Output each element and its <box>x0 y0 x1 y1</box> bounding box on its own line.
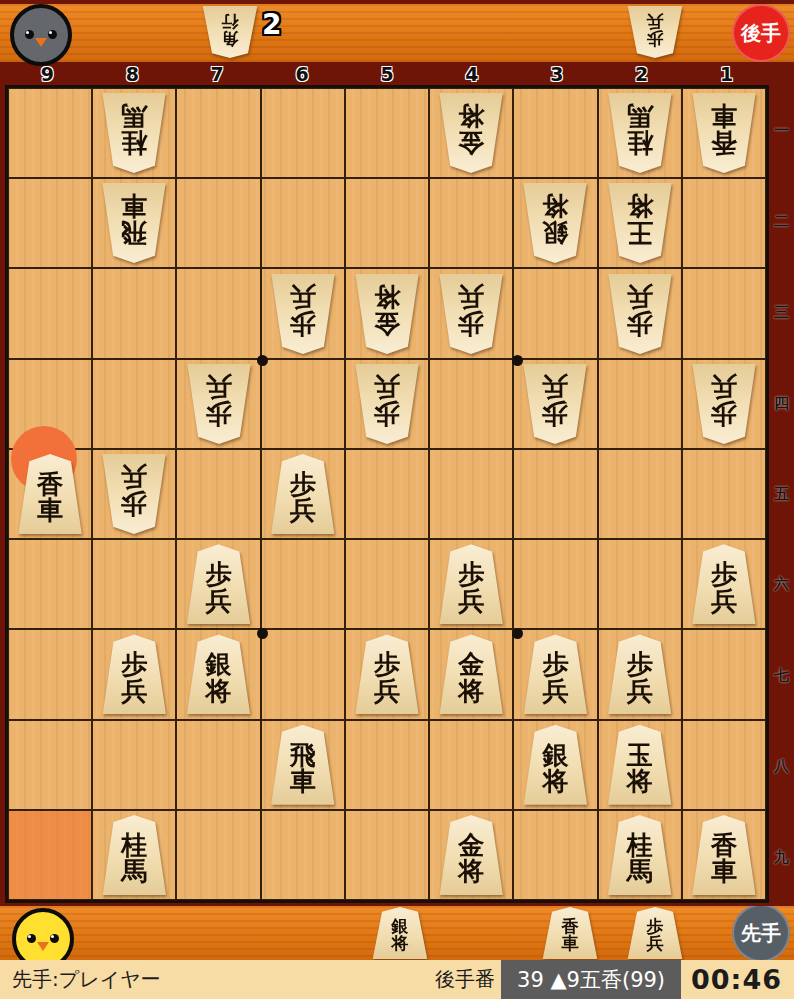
koma-kanji: 香 <box>711 832 737 859</box>
koma-body: 香車 <box>14 454 86 534</box>
square-98[interactable] <box>8 720 92 810</box>
piece-歩兵-gote[interactable]: 歩兵 <box>98 454 170 534</box>
square-62[interactable] <box>261 178 345 268</box>
square-91[interactable] <box>8 88 92 178</box>
koma-kanji: 香 <box>37 471 63 498</box>
square-57[interactable]: 歩兵 <box>345 629 429 719</box>
square-41[interactable]: 金将 <box>429 88 513 178</box>
koma-body: 金将 <box>351 274 423 354</box>
piece-歩兵-gote[interactable]: 歩兵 <box>351 364 423 444</box>
last-move-box: 39 ▲9五香(99) <box>501 960 681 999</box>
koma-kanji: 兵 <box>290 284 316 311</box>
koma-kanji: 桂 <box>627 832 653 859</box>
koma-body: 香車 <box>539 907 601 959</box>
avatar-beak <box>37 942 49 951</box>
piece-香車-sente[interactable]: 香車 <box>14 454 86 534</box>
koma-kanji: 兵 <box>711 588 737 615</box>
square-29[interactable]: 桂馬 <box>598 810 682 900</box>
koma-kanji: 兵 <box>542 678 568 705</box>
hand-piece-count: 2 <box>262 8 281 41</box>
square-93[interactable] <box>8 268 92 358</box>
koma-kanji: 兵 <box>206 588 232 615</box>
square-72[interactable] <box>176 178 260 268</box>
square-35[interactable] <box>513 449 597 539</box>
piece-歩兵-sente[interactable]: 歩兵 <box>267 454 339 534</box>
koma-kanji: 兵 <box>121 678 147 705</box>
koma-body: 歩兵 <box>519 364 591 444</box>
koma-body: 香車 <box>688 93 760 173</box>
piece-桂馬-gote[interactable]: 桂馬 <box>98 93 170 173</box>
koma-body: 歩兵 <box>435 274 507 354</box>
square-97[interactable] <box>8 629 92 719</box>
koma-body: 桂馬 <box>98 815 170 895</box>
square-86[interactable] <box>92 539 176 629</box>
piece-歩兵-gote[interactable]: 歩兵 <box>604 274 676 354</box>
koma-kanji: 玉 <box>627 742 653 769</box>
square-67[interactable] <box>261 629 345 719</box>
piece-玉将-sente[interactable]: 玉将 <box>604 725 676 805</box>
square-77[interactable]: 銀将 <box>176 629 260 719</box>
square-47[interactable]: 金将 <box>429 629 513 719</box>
file-label-1: 1 <box>684 64 769 85</box>
koma-kanji: 銀 <box>542 220 568 247</box>
koma-body: 金将 <box>435 815 507 895</box>
file-label-6: 6 <box>260 64 345 85</box>
star-point <box>512 355 523 366</box>
square-28[interactable]: 玉将 <box>598 720 682 810</box>
koma-kanji: 車 <box>37 497 63 524</box>
square-78[interactable] <box>176 720 260 810</box>
square-36[interactable] <box>513 539 597 629</box>
koma-kanji: 銀 <box>206 651 232 678</box>
square-74[interactable]: 歩兵 <box>176 359 260 449</box>
koma-kanji: 兵 <box>206 374 232 401</box>
square-59[interactable] <box>345 810 429 900</box>
koma-body: 香車 <box>688 815 760 895</box>
avatar-eye <box>27 934 36 943</box>
koma-kanji: 将 <box>206 678 232 705</box>
piece-歩兵-sente[interactable]: 歩兵 <box>624 907 686 959</box>
piece-角行-gote[interactable]: 角行 <box>199 6 261 58</box>
square-15[interactable] <box>682 449 766 539</box>
square-85[interactable]: 歩兵 <box>92 449 176 539</box>
turn-indicator: 後手番 <box>435 966 495 993</box>
square-54[interactable]: 歩兵 <box>345 359 429 449</box>
square-11[interactable]: 香車 <box>682 88 766 178</box>
square-81[interactable]: 桂馬 <box>92 88 176 178</box>
avatar-eye <box>50 934 59 943</box>
koma-kanji: 歩 <box>542 651 568 678</box>
koma-body: 歩兵 <box>624 907 686 959</box>
koma-body: 桂馬 <box>604 93 676 173</box>
file-label-5: 5 <box>345 64 430 85</box>
player-name-label: 先手:プレイヤー <box>12 966 161 993</box>
koma-body: 桂馬 <box>98 93 170 173</box>
square-18[interactable] <box>682 720 766 810</box>
koma-kanji: 馬 <box>627 858 653 885</box>
piece-歩兵-gote[interactable]: 歩兵 <box>624 6 686 58</box>
piece-飛車-sente[interactable]: 飛車 <box>267 725 339 805</box>
koma-kanji: 桂 <box>121 130 147 157</box>
square-34[interactable]: 歩兵 <box>513 359 597 449</box>
sente-badge: 先手 <box>732 906 790 960</box>
koma-kanji: 金 <box>458 832 484 859</box>
piece-歩兵-gote[interactable]: 歩兵 <box>688 364 760 444</box>
koma-kanji: 金 <box>458 130 484 157</box>
piece-歩兵-sente[interactable]: 歩兵 <box>98 634 170 714</box>
koma-body: 歩兵 <box>688 364 760 444</box>
square-84[interactable] <box>92 359 176 449</box>
koma-kanji: 車 <box>290 768 316 795</box>
koma-body: 歩兵 <box>435 544 507 624</box>
square-65[interactable]: 歩兵 <box>261 449 345 539</box>
koma-kanji: 王 <box>627 220 653 247</box>
koma-body: 銀将 <box>519 725 591 805</box>
koma-kanji: 車 <box>121 193 147 220</box>
koma-body: 歩兵 <box>98 634 170 714</box>
rank-label-2: 二 <box>769 176 794 267</box>
square-58[interactable] <box>345 720 429 810</box>
koma-body: 歩兵 <box>688 544 760 624</box>
piece-金将-sente[interactable]: 金将 <box>435 815 507 895</box>
avatar-eye <box>25 30 34 39</box>
square-39[interactable] <box>513 810 597 900</box>
koma-body: 王将 <box>604 183 676 263</box>
square-27[interactable]: 歩兵 <box>598 629 682 719</box>
piece-銀将-sente[interactable]: 銀将 <box>519 725 591 805</box>
rank-label-3: 三 <box>769 267 794 358</box>
square-83[interactable] <box>92 268 176 358</box>
square-82[interactable]: 飛車 <box>92 178 176 268</box>
piece-歩兵-sente[interactable]: 歩兵 <box>183 544 255 624</box>
square-33[interactable] <box>513 268 597 358</box>
square-76[interactable]: 歩兵 <box>176 539 260 629</box>
square-23[interactable]: 歩兵 <box>598 268 682 358</box>
square-44[interactable] <box>429 359 513 449</box>
square-12[interactable] <box>682 178 766 268</box>
rank-coordinates: 一二三四五六七八九 <box>769 85 794 903</box>
clock: 00:46 <box>691 964 782 995</box>
piece-歩兵-sente[interactable]: 歩兵 <box>519 634 591 714</box>
square-95[interactable]: 香車 <box>8 449 92 539</box>
koma-body: 桂馬 <box>604 815 676 895</box>
square-73[interactable] <box>176 268 260 358</box>
gote-hand-bar: 後手 角行2歩兵 <box>0 4 794 62</box>
koma-kanji: 金 <box>458 651 484 678</box>
koma-kanji: 兵 <box>458 588 484 615</box>
piece-桂馬-sente[interactable]: 桂馬 <box>98 815 170 895</box>
koma-body: 飛車 <box>98 183 170 263</box>
koma-kanji: 将 <box>392 935 409 952</box>
square-21[interactable]: 桂馬 <box>598 88 682 178</box>
square-68[interactable]: 飛車 <box>261 720 345 810</box>
square-89[interactable]: 桂馬 <box>92 810 176 900</box>
piece-桂馬-sente[interactable]: 桂馬 <box>604 815 676 895</box>
square-53[interactable]: 金将 <box>345 268 429 358</box>
gote-badge: 後手 <box>732 4 790 62</box>
square-52[interactable] <box>345 178 429 268</box>
file-label-4: 4 <box>429 64 514 85</box>
file-label-8: 8 <box>90 64 175 85</box>
koma-body: 銀将 <box>369 907 431 959</box>
rank-label-5: 五 <box>769 449 794 540</box>
piece-金将-gote[interactable]: 金将 <box>351 274 423 354</box>
square-48[interactable] <box>429 720 513 810</box>
koma-body: 歩兵 <box>267 454 339 534</box>
koma-kanji: 桂 <box>121 832 147 859</box>
square-38[interactable]: 銀将 <box>513 720 597 810</box>
star-point <box>512 628 523 639</box>
koma-kanji: 兵 <box>627 284 653 311</box>
sente-avatar-chick-icon <box>12 908 74 960</box>
piece-香車-sente[interactable]: 香車 <box>688 815 760 895</box>
piece-歩兵-gote[interactable]: 歩兵 <box>267 274 339 354</box>
star-point <box>257 628 268 639</box>
file-label-2: 2 <box>599 64 684 85</box>
square-13[interactable] <box>682 268 766 358</box>
square-32[interactable]: 銀将 <box>513 178 597 268</box>
piece-歩兵-sente[interactable]: 歩兵 <box>435 544 507 624</box>
koma-kanji: 兵 <box>647 13 664 30</box>
koma-kanji: 歩 <box>458 561 484 588</box>
file-label-3: 3 <box>514 64 599 85</box>
square-64[interactable] <box>261 359 345 449</box>
koma-kanji: 将 <box>458 103 484 130</box>
koma-kanji: 兵 <box>121 464 147 491</box>
piece-銀将-sente[interactable]: 銀将 <box>369 907 431 959</box>
koma-kanji: 歩 <box>647 30 664 47</box>
rank-label-4: 四 <box>769 358 794 449</box>
square-92[interactable] <box>8 178 92 268</box>
koma-kanji: 歩 <box>374 400 400 427</box>
koma-body: 歩兵 <box>351 634 423 714</box>
piece-歩兵-gote[interactable]: 歩兵 <box>183 364 255 444</box>
file-coordinates: 987654321 <box>0 62 794 85</box>
koma-body: 歩兵 <box>604 634 676 714</box>
koma-kanji: 兵 <box>374 678 400 705</box>
piece-飛車-gote[interactable]: 飛車 <box>98 183 170 263</box>
koma-kanji: 歩 <box>206 400 232 427</box>
square-45[interactable] <box>429 449 513 539</box>
koma-body: 飛車 <box>267 725 339 805</box>
koma-kanji: 銀 <box>542 742 568 769</box>
rank-label-6: 六 <box>769 539 794 630</box>
koma-body: 歩兵 <box>267 274 339 354</box>
square-25[interactable] <box>598 449 682 539</box>
koma-kanji: 歩 <box>290 471 316 498</box>
square-31[interactable] <box>513 88 597 178</box>
file-label-7: 7 <box>175 64 260 85</box>
piece-歩兵-gote[interactable]: 歩兵 <box>435 274 507 354</box>
koma-kanji: 兵 <box>542 374 568 401</box>
square-19[interactable]: 香車 <box>682 810 766 900</box>
koma-kanji: 車 <box>711 103 737 130</box>
rank-label-1: 一 <box>769 85 794 176</box>
avatar-beak <box>35 38 47 47</box>
koma-body: 歩兵 <box>519 634 591 714</box>
koma-kanji: 馬 <box>121 103 147 130</box>
square-14[interactable]: 歩兵 <box>682 359 766 449</box>
piece-香車-sente[interactable]: 香車 <box>539 907 601 959</box>
piece-香車-gote[interactable]: 香車 <box>688 93 760 173</box>
koma-kanji: 歩 <box>627 651 653 678</box>
piece-銀将-gote[interactable]: 銀将 <box>519 183 591 263</box>
rank-label-9: 九 <box>769 812 794 903</box>
sente-hand-bar: 先手 銀将香車歩兵 <box>0 906 794 960</box>
piece-銀将-sente[interactable]: 銀将 <box>183 634 255 714</box>
piece-王将-gote[interactable]: 王将 <box>604 183 676 263</box>
square-56[interactable] <box>345 539 429 629</box>
koma-kanji: 兵 <box>627 678 653 705</box>
square-42[interactable] <box>429 178 513 268</box>
piece-歩兵-gote[interactable]: 歩兵 <box>519 364 591 444</box>
koma-body: 角行 <box>199 6 261 58</box>
koma-kanji: 兵 <box>374 374 400 401</box>
koma-kanji: 歩 <box>627 310 653 337</box>
koma-kanji: 将 <box>374 284 400 311</box>
koma-kanji: 兵 <box>647 935 664 952</box>
koma-body: 歩兵 <box>351 364 423 444</box>
koma-body: 歩兵 <box>183 364 255 444</box>
koma-kanji: 歩 <box>374 651 400 678</box>
square-16[interactable]: 歩兵 <box>682 539 766 629</box>
koma-kanji: 飛 <box>290 742 316 769</box>
piece-歩兵-sente[interactable]: 歩兵 <box>688 544 760 624</box>
koma-kanji: 角 <box>222 30 239 47</box>
rank-label-8: 八 <box>769 721 794 812</box>
koma-kanji: 車 <box>562 935 579 952</box>
square-26[interactable] <box>598 539 682 629</box>
square-88[interactable] <box>92 720 176 810</box>
koma-body: 玉将 <box>604 725 676 805</box>
koma-body: 銀将 <box>519 183 591 263</box>
square-55[interactable] <box>345 449 429 539</box>
square-61[interactable] <box>261 88 345 178</box>
koma-body: 金将 <box>435 634 507 714</box>
koma-body: 歩兵 <box>624 6 686 58</box>
koma-kanji: 香 <box>711 130 737 157</box>
piece-金将-sente[interactable]: 金将 <box>435 634 507 714</box>
square-46[interactable]: 歩兵 <box>429 539 513 629</box>
piece-歩兵-sente[interactable]: 歩兵 <box>351 634 423 714</box>
square-17[interactable] <box>682 629 766 719</box>
koma-kanji: 歩 <box>542 400 568 427</box>
piece-桂馬-gote[interactable]: 桂馬 <box>604 93 676 173</box>
koma-kanji: 行 <box>222 13 239 30</box>
koma-kanji: 将 <box>542 193 568 220</box>
piece-歩兵-sente[interactable]: 歩兵 <box>604 634 676 714</box>
koma-kanji: 兵 <box>711 374 737 401</box>
square-79[interactable] <box>176 810 260 900</box>
status-bar: 先手:プレイヤー 後手番 39 ▲9五香(99) 00:46 <box>0 960 794 999</box>
square-96[interactable] <box>8 539 92 629</box>
square-71[interactable] <box>176 88 260 178</box>
koma-kanji: 歩 <box>290 310 316 337</box>
koma-body: 歩兵 <box>98 454 170 534</box>
avatar-eye <box>48 30 57 39</box>
square-43[interactable]: 歩兵 <box>429 268 513 358</box>
square-49[interactable]: 金将 <box>429 810 513 900</box>
koma-kanji: 車 <box>711 858 737 885</box>
koma-kanji: 歩 <box>121 651 147 678</box>
koma-kanji: 将 <box>627 768 653 795</box>
koma-kanji: 兵 <box>290 497 316 524</box>
square-66[interactable] <box>261 539 345 629</box>
gote-avatar-bird-icon <box>10 4 72 66</box>
square-69[interactable] <box>261 810 345 900</box>
square-75[interactable] <box>176 449 260 539</box>
koma-kanji: 馬 <box>627 103 653 130</box>
koma-kanji: 歩 <box>458 310 484 337</box>
square-99[interactable] <box>8 810 92 900</box>
koma-kanji: 将 <box>542 768 568 795</box>
koma-kanji: 馬 <box>121 858 147 885</box>
koma-kanji: 飛 <box>121 220 147 247</box>
square-22[interactable]: 王将 <box>598 178 682 268</box>
koma-body: 銀将 <box>183 634 255 714</box>
koma-kanji: 将 <box>458 678 484 705</box>
koma-kanji: 歩 <box>121 490 147 517</box>
koma-body: 歩兵 <box>183 544 255 624</box>
square-63[interactable]: 歩兵 <box>261 268 345 358</box>
koma-body: 金将 <box>435 93 507 173</box>
koma-kanji: 歩 <box>206 561 232 588</box>
rank-label-7: 七 <box>769 630 794 721</box>
koma-kanji: 歩 <box>711 400 737 427</box>
koma-kanji: 歩 <box>711 561 737 588</box>
square-37[interactable]: 歩兵 <box>513 629 597 719</box>
koma-kanji: 金 <box>374 310 400 337</box>
koma-kanji: 将 <box>458 858 484 885</box>
koma-kanji: 桂 <box>627 130 653 157</box>
square-87[interactable]: 歩兵 <box>92 629 176 719</box>
piece-金将-gote[interactable]: 金将 <box>435 93 507 173</box>
koma-kanji: 兵 <box>458 284 484 311</box>
koma-body: 歩兵 <box>604 274 676 354</box>
square-24[interactable] <box>598 359 682 449</box>
file-label-9: 9 <box>5 64 90 85</box>
koma-kanji: 将 <box>627 193 653 220</box>
square-51[interactable] <box>345 88 429 178</box>
shogi-board: 桂馬金将桂馬香車飛車銀将王将歩兵金将歩兵歩兵歩兵歩兵歩兵歩兵香車歩兵歩兵歩兵歩兵… <box>5 85 769 903</box>
